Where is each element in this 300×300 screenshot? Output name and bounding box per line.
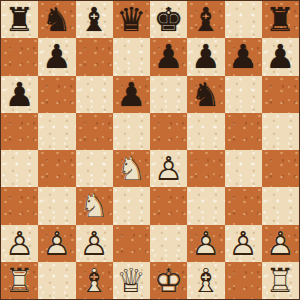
piece-black-pawn: ♟ bbox=[187, 38, 224, 75]
square-h6[interactable] bbox=[262, 76, 299, 113]
piece-white-king: ♚♔ bbox=[150, 262, 187, 299]
square-e4[interactable]: ♟♙ bbox=[150, 150, 187, 187]
square-c3[interactable]: ♞♘ bbox=[76, 187, 113, 224]
piece-black-rook: ♜ bbox=[1, 1, 38, 38]
square-a8[interactable]: ♜ bbox=[1, 1, 38, 38]
square-c4[interactable] bbox=[76, 150, 113, 187]
square-h2[interactable]: ♟♙ bbox=[262, 225, 299, 262]
square-e7[interactable]: ♟ bbox=[150, 38, 187, 75]
piece-white-knight: ♞♘ bbox=[113, 150, 150, 187]
square-e5[interactable] bbox=[150, 113, 187, 150]
piece-white-queen: ♛♕ bbox=[113, 262, 150, 299]
square-b5[interactable] bbox=[38, 113, 75, 150]
square-d1[interactable]: ♛♕ bbox=[113, 262, 150, 299]
square-c7[interactable] bbox=[76, 38, 113, 75]
square-h3[interactable] bbox=[262, 187, 299, 224]
square-g2[interactable]: ♟♙ bbox=[225, 225, 262, 262]
piece-white-pawn: ♟♙ bbox=[262, 225, 299, 262]
square-b6[interactable] bbox=[38, 76, 75, 113]
piece-black-pawn: ♟ bbox=[150, 38, 187, 75]
square-e8[interactable]: ♚ bbox=[150, 1, 187, 38]
square-b1[interactable] bbox=[38, 262, 75, 299]
piece-white-pawn: ♟♙ bbox=[38, 225, 75, 262]
piece-white-pawn: ♟♙ bbox=[150, 150, 187, 187]
square-f7[interactable]: ♟ bbox=[187, 38, 224, 75]
square-g7[interactable]: ♟ bbox=[225, 38, 262, 75]
square-b8[interactable]: ♞ bbox=[38, 1, 75, 38]
square-b2[interactable]: ♟♙ bbox=[38, 225, 75, 262]
square-a5[interactable] bbox=[1, 113, 38, 150]
square-h8[interactable]: ♜ bbox=[262, 1, 299, 38]
square-h7[interactable]: ♟ bbox=[262, 38, 299, 75]
square-b3[interactable] bbox=[38, 187, 75, 224]
piece-white-rook: ♜♖ bbox=[1, 262, 38, 299]
square-d3[interactable] bbox=[113, 187, 150, 224]
square-f2[interactable]: ♟♙ bbox=[187, 225, 224, 262]
square-a4[interactable] bbox=[1, 150, 38, 187]
square-f8[interactable]: ♝ bbox=[187, 1, 224, 38]
square-f6[interactable]: ♞ bbox=[187, 76, 224, 113]
square-a7[interactable] bbox=[1, 38, 38, 75]
square-a6[interactable]: ♟ bbox=[1, 76, 38, 113]
square-f4[interactable] bbox=[187, 150, 224, 187]
piece-black-rook: ♜ bbox=[262, 1, 299, 38]
piece-black-knight: ♞ bbox=[38, 1, 75, 38]
square-e6[interactable] bbox=[150, 76, 187, 113]
square-e1[interactable]: ♚♔ bbox=[150, 262, 187, 299]
piece-black-king: ♚ bbox=[150, 1, 187, 38]
square-d7[interactable] bbox=[113, 38, 150, 75]
square-h5[interactable] bbox=[262, 113, 299, 150]
piece-black-queen: ♛ bbox=[113, 1, 150, 38]
square-a1[interactable]: ♜♖ bbox=[1, 262, 38, 299]
square-c8[interactable]: ♝ bbox=[76, 1, 113, 38]
square-g4[interactable] bbox=[225, 150, 262, 187]
square-a2[interactable]: ♟♙ bbox=[1, 225, 38, 262]
square-b7[interactable]: ♟ bbox=[38, 38, 75, 75]
square-h1[interactable]: ♜♖ bbox=[262, 262, 299, 299]
square-g5[interactable] bbox=[225, 113, 262, 150]
piece-white-bishop: ♝♗ bbox=[187, 262, 224, 299]
piece-white-knight: ♞♘ bbox=[76, 187, 113, 224]
piece-white-pawn: ♟♙ bbox=[1, 225, 38, 262]
piece-black-pawn: ♟ bbox=[225, 38, 262, 75]
square-f1[interactable]: ♝♗ bbox=[187, 262, 224, 299]
square-g3[interactable] bbox=[225, 187, 262, 224]
square-d6[interactable]: ♟ bbox=[113, 76, 150, 113]
square-d2[interactable] bbox=[113, 225, 150, 262]
square-b4[interactable] bbox=[38, 150, 75, 187]
piece-white-pawn: ♟♙ bbox=[187, 225, 224, 262]
piece-white-pawn: ♟♙ bbox=[225, 225, 262, 262]
piece-white-rook: ♜♖ bbox=[262, 262, 299, 299]
piece-black-knight: ♞ bbox=[187, 76, 224, 113]
square-e2[interactable] bbox=[150, 225, 187, 262]
square-f3[interactable] bbox=[187, 187, 224, 224]
square-e3[interactable] bbox=[150, 187, 187, 224]
square-a3[interactable] bbox=[1, 187, 38, 224]
square-h4[interactable] bbox=[262, 150, 299, 187]
piece-black-bishop: ♝ bbox=[76, 1, 113, 38]
piece-black-pawn: ♟ bbox=[262, 38, 299, 75]
square-c6[interactable] bbox=[76, 76, 113, 113]
square-d8[interactable]: ♛ bbox=[113, 1, 150, 38]
square-g6[interactable] bbox=[225, 76, 262, 113]
square-d5[interactable] bbox=[113, 113, 150, 150]
square-f5[interactable] bbox=[187, 113, 224, 150]
square-c5[interactable] bbox=[76, 113, 113, 150]
piece-white-bishop: ♝♗ bbox=[76, 262, 113, 299]
square-d4[interactable]: ♞♘ bbox=[113, 150, 150, 187]
square-g8[interactable] bbox=[225, 1, 262, 38]
piece-black-pawn: ♟ bbox=[113, 76, 150, 113]
square-c2[interactable]: ♟♙ bbox=[76, 225, 113, 262]
chess-board: ♜♞♝♛♚♝♜♟♟♟♟♟♟♟♞♞♘♟♙♞♘♟♙♟♙♟♙♟♙♟♙♟♙♜♖♝♗♛♕♚… bbox=[0, 0, 300, 300]
square-c1[interactable]: ♝♗ bbox=[76, 262, 113, 299]
piece-black-pawn: ♟ bbox=[38, 38, 75, 75]
piece-white-pawn: ♟♙ bbox=[76, 225, 113, 262]
piece-black-pawn: ♟ bbox=[1, 76, 38, 113]
piece-black-bishop: ♝ bbox=[187, 1, 224, 38]
square-g1[interactable] bbox=[225, 262, 262, 299]
